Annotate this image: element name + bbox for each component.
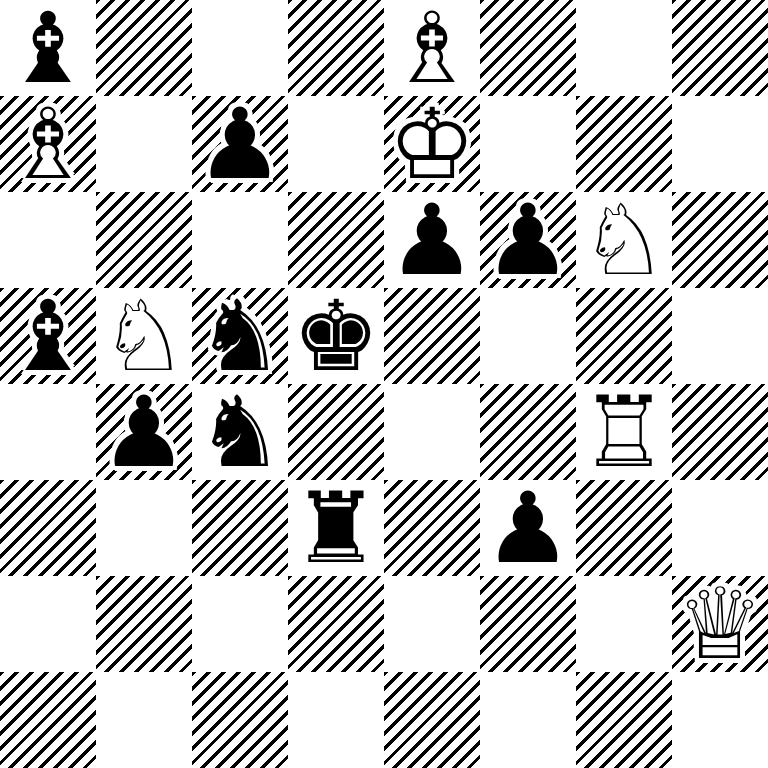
square-g7[interactable] xyxy=(576,96,672,192)
square-f6[interactable]: ♟ xyxy=(480,192,576,288)
square-f7[interactable] xyxy=(480,96,576,192)
square-g8[interactable] xyxy=(576,0,672,96)
square-f1[interactable] xyxy=(480,672,576,768)
square-c3[interactable] xyxy=(192,480,288,576)
square-a8[interactable]: ♝ xyxy=(0,0,96,96)
square-h3[interactable] xyxy=(672,480,768,576)
square-c6[interactable] xyxy=(192,192,288,288)
square-e1[interactable] xyxy=(384,672,480,768)
square-c2[interactable] xyxy=(192,576,288,672)
black-pawn-f6-icon: ♟ xyxy=(480,192,576,288)
square-d3[interactable]: ♜ xyxy=(288,480,384,576)
square-d1[interactable] xyxy=(288,672,384,768)
square-a1[interactable] xyxy=(0,672,96,768)
square-e4[interactable] xyxy=(384,384,480,480)
square-b6[interactable] xyxy=(96,192,192,288)
black-knight-c5-icon: ♞ xyxy=(192,288,288,384)
chessboard: ♝♗♗♟♔♟♟♘♝♘♞♚♟♞♖♜♟♕ xyxy=(0,0,768,768)
square-b5[interactable]: ♘ xyxy=(96,288,192,384)
square-g3[interactable] xyxy=(576,480,672,576)
square-b7[interactable] xyxy=(96,96,192,192)
square-e7[interactable]: ♔ xyxy=(384,96,480,192)
white-knight-b5-icon: ♘ xyxy=(96,288,192,384)
black-knight-c4-icon: ♞ xyxy=(192,384,288,480)
square-b1[interactable] xyxy=(96,672,192,768)
square-c8[interactable] xyxy=(192,0,288,96)
white-bishop-a7-icon: ♗ xyxy=(0,96,96,192)
square-a2[interactable] xyxy=(0,576,96,672)
square-c4[interactable]: ♞ xyxy=(192,384,288,480)
square-d7[interactable] xyxy=(288,96,384,192)
black-bishop-a8-icon: ♝ xyxy=(0,0,96,96)
square-h7[interactable] xyxy=(672,96,768,192)
square-a5[interactable]: ♝ xyxy=(0,288,96,384)
square-g2[interactable] xyxy=(576,576,672,672)
square-e5[interactable] xyxy=(384,288,480,384)
black-pawn-c7-icon: ♟ xyxy=(192,96,288,192)
square-a3[interactable] xyxy=(0,480,96,576)
square-d6[interactable] xyxy=(288,192,384,288)
square-e6[interactable]: ♟ xyxy=(384,192,480,288)
square-h5[interactable] xyxy=(672,288,768,384)
white-bishop-e8-icon: ♗ xyxy=(384,0,480,96)
square-c5[interactable]: ♞ xyxy=(192,288,288,384)
square-b3[interactable] xyxy=(96,480,192,576)
square-f3[interactable]: ♟ xyxy=(480,480,576,576)
square-d5[interactable]: ♚ xyxy=(288,288,384,384)
square-g4[interactable]: ♖ xyxy=(576,384,672,480)
square-g5[interactable] xyxy=(576,288,672,384)
square-f2[interactable] xyxy=(480,576,576,672)
black-pawn-e6-icon: ♟ xyxy=(384,192,480,288)
square-b4[interactable]: ♟ xyxy=(96,384,192,480)
square-c7[interactable]: ♟ xyxy=(192,96,288,192)
white-rook-g4-icon: ♖ xyxy=(576,384,672,480)
square-a6[interactable] xyxy=(0,192,96,288)
square-d2[interactable] xyxy=(288,576,384,672)
square-h6[interactable] xyxy=(672,192,768,288)
white-king-e7-icon: ♔ xyxy=(384,96,480,192)
black-rook-d3-icon: ♜ xyxy=(288,480,384,576)
square-c1[interactable] xyxy=(192,672,288,768)
square-e3[interactable] xyxy=(384,480,480,576)
square-b8[interactable] xyxy=(96,0,192,96)
square-f4[interactable] xyxy=(480,384,576,480)
square-b2[interactable] xyxy=(96,576,192,672)
square-f8[interactable] xyxy=(480,0,576,96)
square-h8[interactable] xyxy=(672,0,768,96)
square-f5[interactable] xyxy=(480,288,576,384)
white-queen-h2-icon: ♕ xyxy=(672,576,768,672)
black-pawn-b4-icon: ♟ xyxy=(96,384,192,480)
white-knight-g6-icon: ♘ xyxy=(576,192,672,288)
square-g6[interactable]: ♘ xyxy=(576,192,672,288)
square-d4[interactable] xyxy=(288,384,384,480)
square-a7[interactable]: ♗ xyxy=(0,96,96,192)
black-king-d5-icon: ♚ xyxy=(288,288,384,384)
square-g1[interactable] xyxy=(576,672,672,768)
square-h4[interactable] xyxy=(672,384,768,480)
square-h2[interactable]: ♕ xyxy=(672,576,768,672)
square-d8[interactable] xyxy=(288,0,384,96)
black-bishop-a5-icon: ♝ xyxy=(0,288,96,384)
black-pawn-f3-icon: ♟ xyxy=(480,480,576,576)
square-a4[interactable] xyxy=(0,384,96,480)
square-e8[interactable]: ♗ xyxy=(384,0,480,96)
square-e2[interactable] xyxy=(384,576,480,672)
square-h1[interactable] xyxy=(672,672,768,768)
